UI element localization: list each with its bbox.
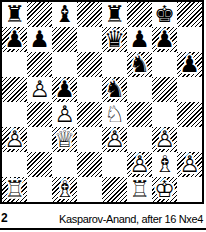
chess-diagram: ♜♝♜♚♟♟♛♟♟♞♟♟♙♟♞♟♙♞♘♟♙♛♕♟♙♟♙♟♙♝♗♟♙♜♖♝♗♜♖♚… [0, 0, 206, 232]
square-e7: ♛ [102, 27, 127, 52]
square-e8: ♜ [102, 2, 127, 27]
square-h2: ♟♙ [177, 152, 202, 177]
square-e3: ♟♙ [102, 127, 127, 152]
diagram-number: 2 [1, 211, 7, 225]
square-d2 [77, 152, 102, 177]
square-g6 [152, 52, 177, 77]
white-pawn: ♟♙ [27, 77, 52, 102]
square-h3 [177, 127, 202, 152]
square-h1 [177, 177, 202, 202]
white-bishop: ♝♗ [152, 152, 177, 177]
square-e6 [102, 52, 127, 77]
square-c1: ♝♗ [52, 177, 77, 202]
square-h6: ♟ [177, 52, 202, 77]
square-b1 [27, 177, 52, 202]
square-b3 [27, 127, 52, 152]
square-b2 [27, 152, 52, 177]
square-c4: ♟♙ [52, 102, 77, 127]
black-king: ♚ [152, 2, 177, 27]
square-a8: ♜ [2, 2, 27, 27]
square-f3 [127, 127, 152, 152]
black-rook: ♜ [2, 2, 27, 27]
square-d3 [77, 127, 102, 152]
black-pawn: ♟ [127, 27, 152, 52]
square-g2: ♝♗ [152, 152, 177, 177]
square-h7 [177, 27, 202, 52]
square-g5 [152, 77, 177, 102]
square-d7 [77, 27, 102, 52]
black-pawn: ♟ [27, 27, 52, 52]
square-f2: ♟♙ [127, 152, 152, 177]
square-a1: ♜♖ [2, 177, 27, 202]
square-a7: ♟ [2, 27, 27, 52]
square-h4 [177, 102, 202, 127]
caption-text: Kasparov-Anand, after 16 Nxe4 [59, 213, 203, 225]
square-c5: ♟ [52, 77, 77, 102]
black-pawn: ♟ [152, 27, 177, 52]
square-g8: ♚ [152, 2, 177, 27]
square-d5 [77, 77, 102, 102]
square-e4: ♞♘ [102, 102, 127, 127]
square-g4 [152, 102, 177, 127]
square-d1 [77, 177, 102, 202]
square-b8 [27, 2, 52, 27]
square-e1 [102, 177, 127, 202]
square-b7: ♟ [27, 27, 52, 52]
black-knight: ♞ [127, 52, 152, 77]
square-c3: ♛♕ [52, 127, 77, 152]
white-pawn: ♟♙ [127, 152, 152, 177]
square-g3: ♟♙ [152, 127, 177, 152]
square-c6 [52, 52, 77, 77]
black-pawn: ♟ [177, 52, 202, 77]
square-a2 [2, 152, 27, 177]
square-d6 [77, 52, 102, 77]
square-c2 [52, 152, 77, 177]
square-f4 [127, 102, 152, 127]
bottom-rule [0, 228, 206, 230]
square-e5: ♞ [102, 77, 127, 102]
white-pawn: ♟♙ [2, 127, 27, 152]
square-e2 [102, 152, 127, 177]
white-rook: ♜♖ [2, 177, 27, 202]
square-c7 [52, 27, 77, 52]
square-b4 [27, 102, 52, 127]
square-b5: ♟♙ [27, 77, 52, 102]
black-bishop: ♝ [52, 2, 77, 27]
square-f6: ♞ [127, 52, 152, 77]
black-rook: ♜ [102, 2, 127, 27]
square-c8: ♝ [52, 2, 77, 27]
white-pawn: ♟♙ [177, 152, 202, 177]
square-b6 [27, 52, 52, 77]
white-pawn: ♟♙ [152, 127, 177, 152]
chess-board: ♜♝♜♚♟♟♛♟♟♞♟♟♙♟♞♟♙♞♘♟♙♛♕♟♙♟♙♟♙♝♗♟♙♜♖♝♗♜♖♚… [0, 0, 204, 204]
square-g1: ♚♔ [152, 177, 177, 202]
square-f1: ♜♖ [127, 177, 152, 202]
white-bishop: ♝♗ [52, 177, 77, 202]
square-f7: ♟ [127, 27, 152, 52]
white-rook: ♜♖ [127, 177, 152, 202]
square-d8 [77, 2, 102, 27]
white-pawn: ♟♙ [52, 102, 77, 127]
white-queen: ♛♕ [52, 127, 77, 152]
white-knight: ♞♘ [102, 102, 127, 127]
square-a3: ♟♙ [2, 127, 27, 152]
black-pawn: ♟ [52, 77, 77, 102]
square-h8 [177, 2, 202, 27]
black-pawn: ♟ [2, 27, 27, 52]
white-king: ♚♔ [152, 177, 177, 202]
square-f8 [127, 2, 152, 27]
square-a5 [2, 77, 27, 102]
square-g7: ♟ [152, 27, 177, 52]
black-queen: ♛ [102, 27, 127, 52]
square-d4 [77, 102, 102, 127]
square-a6 [2, 52, 27, 77]
square-a4 [2, 102, 27, 127]
caption-bar: 2 Kasparov-Anand, after 16 Nxe4 [0, 204, 204, 227]
black-knight: ♞ [102, 77, 127, 102]
white-pawn: ♟♙ [102, 127, 127, 152]
square-f5 [127, 77, 152, 102]
square-h5 [177, 77, 202, 102]
